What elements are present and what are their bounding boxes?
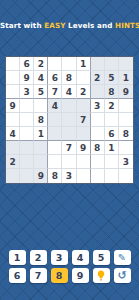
numpad-button-4[interactable]: 4: [72, 250, 89, 265]
cell-r8c7[interactable]: [91, 155, 105, 169]
cell-r9c8[interactable]: [105, 169, 119, 183]
cell-r8c8[interactable]: [105, 155, 119, 169]
cell-r3c2[interactable]: 3: [20, 85, 34, 99]
numpad-button-3[interactable]: 3: [51, 250, 68, 265]
cell-r1c3[interactable]: 2: [34, 57, 48, 71]
cell-r1c7[interactable]: [91, 57, 105, 71]
numpad-button-9[interactable]: 9: [72, 268, 89, 283]
cell-r4c2[interactable]: [20, 99, 34, 113]
cell-r2c3[interactable]: 4: [34, 71, 48, 85]
cell-r5c1[interactable]: [6, 113, 20, 127]
notes-pencil-button[interactable]: ✎: [114, 250, 131, 265]
cell-r8c5[interactable]: [62, 155, 76, 169]
app-screen: Start with EASY Levels and HINTS 6219468…: [0, 0, 139, 300]
cell-r8c4[interactable]: [48, 155, 62, 169]
cell-r2c2[interactable]: 9: [20, 71, 34, 85]
numpad-button-2[interactable]: 2: [30, 250, 47, 265]
cell-r3c7[interactable]: [91, 85, 105, 99]
number-pad-row-1: 12345✎: [9, 250, 131, 265]
headline-hints: HINTS: [115, 21, 139, 30]
cell-r6c1[interactable]: 4: [6, 127, 20, 141]
cell-r1c2[interactable]: 6: [20, 57, 34, 71]
cell-r8c9[interactable]: 3: [119, 155, 133, 169]
hint-bulb-button[interactable]: [93, 268, 110, 283]
numpad-button-6[interactable]: 6: [9, 268, 26, 283]
cell-r8c2[interactable]: [20, 155, 34, 169]
cell-r2c4[interactable]: 6: [48, 71, 62, 85]
cell-r7c7[interactable]: 8: [91, 141, 105, 155]
pencil-icon: ✎: [118, 253, 126, 263]
numpad-button-5[interactable]: 5: [93, 250, 110, 265]
cell-r6c7[interactable]: [91, 127, 105, 141]
cell-r2c8[interactable]: 5: [105, 71, 119, 85]
cell-r6c4[interactable]: [48, 127, 62, 141]
cell-r4c7[interactable]: 3: [91, 99, 105, 113]
cell-r4c3[interactable]: [34, 99, 48, 113]
cell-r5c4[interactable]: [48, 113, 62, 127]
cell-r4c8[interactable]: 2: [105, 99, 119, 113]
cell-r8c3[interactable]: [34, 155, 48, 169]
cell-r7c1[interactable]: [6, 141, 20, 155]
number-pad: 12345✎6789↺: [0, 250, 139, 283]
cell-r1c9[interactable]: [119, 57, 133, 71]
cell-r9c3[interactable]: 9: [34, 169, 48, 183]
cell-r5c8[interactable]: [105, 113, 119, 127]
cell-r9c4[interactable]: 8: [48, 169, 62, 183]
cell-r6c5[interactable]: [62, 127, 76, 141]
cell-r7c8[interactable]: 1: [105, 141, 119, 155]
cell-r2c1[interactable]: [6, 71, 20, 85]
numpad-button-7[interactable]: 7: [30, 268, 47, 283]
cell-r9c2[interactable]: [20, 169, 34, 183]
cell-r3c3[interactable]: 5: [34, 85, 48, 99]
headline-easy: EASY: [44, 21, 65, 30]
cell-r7c6[interactable]: 9: [77, 141, 91, 155]
cell-r1c5[interactable]: [62, 57, 76, 71]
cell-r7c3[interactable]: [34, 141, 48, 155]
cell-r2c9[interactable]: 1: [119, 71, 133, 85]
cell-r3c6[interactable]: 2: [77, 85, 91, 99]
cell-r4c4[interactable]: 4: [48, 99, 62, 113]
cell-r4c1[interactable]: 9: [6, 99, 20, 113]
cell-r4c6[interactable]: [77, 99, 91, 113]
cell-r5c5[interactable]: [62, 113, 76, 127]
numpad-button-1[interactable]: 1: [9, 250, 26, 265]
cell-r1c1[interactable]: [6, 57, 20, 71]
undo-icon: ↺: [117, 270, 126, 281]
cell-r1c4[interactable]: [48, 57, 62, 71]
cell-r5c2[interactable]: [20, 113, 34, 127]
cell-r6c8[interactable]: 6: [105, 127, 119, 141]
cell-r9c9[interactable]: [119, 169, 133, 183]
cell-r3c4[interactable]: 7: [48, 85, 62, 99]
cell-r9c7[interactable]: [91, 169, 105, 183]
cell-r9c1[interactable]: [6, 169, 20, 183]
cell-r7c5[interactable]: 7: [62, 141, 76, 155]
sudoku-board: 621946825135742899432874168798123983: [5, 56, 134, 184]
headline-text: Start with: [0, 21, 44, 30]
cell-r4c9[interactable]: [119, 99, 133, 113]
cell-r1c6[interactable]: 1: [77, 57, 91, 71]
cell-r2c6[interactable]: [77, 71, 91, 85]
cell-r5c6[interactable]: 7: [77, 113, 91, 127]
cell-r3c9[interactable]: 9: [119, 85, 133, 99]
number-pad-row-2: 6789↺: [9, 268, 131, 283]
cell-r5c3[interactable]: 8: [34, 113, 48, 127]
cell-r7c9[interactable]: [119, 141, 133, 155]
cell-r3c1[interactable]: [6, 85, 20, 99]
cell-r6c3[interactable]: 1: [34, 127, 48, 141]
cell-r2c7[interactable]: 2: [91, 71, 105, 85]
cell-r5c7[interactable]: [91, 113, 105, 127]
cell-r8c6[interactable]: [77, 155, 91, 169]
cell-r3c5[interactable]: 4: [62, 85, 76, 99]
cell-r4c5[interactable]: [62, 99, 76, 113]
cell-r2c5[interactable]: 8: [62, 71, 76, 85]
numpad-button-8[interactable]: 8: [51, 268, 68, 283]
cell-r7c4[interactable]: [48, 141, 62, 155]
cell-r9c6[interactable]: [77, 169, 91, 183]
cell-r5c9[interactable]: [119, 113, 133, 127]
cell-r6c9[interactable]: 8: [119, 127, 133, 141]
cell-r1c8[interactable]: [105, 57, 119, 71]
onboarding-headline: Start with EASY Levels and HINTS: [0, 21, 139, 30]
headline-text2: Levels and: [65, 21, 115, 30]
cell-r6c2[interactable]: [20, 127, 34, 141]
cell-r7c2[interactable]: [20, 141, 34, 155]
cell-r3c8[interactable]: 8: [105, 85, 119, 99]
cell-r6c6[interactable]: [77, 127, 91, 141]
bulb-icon: [96, 270, 106, 281]
undo-button[interactable]: ↺: [114, 268, 131, 283]
cell-r8c1[interactable]: 2: [6, 155, 20, 169]
cell-r9c5[interactable]: 3: [62, 169, 76, 183]
